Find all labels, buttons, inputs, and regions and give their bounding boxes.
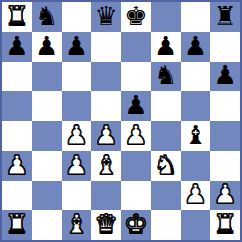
square-g2[interactable]: ♟ (181, 181, 211, 211)
square-a2[interactable] (2, 181, 32, 211)
piece-black-queen[interactable]: ♛ (94, 3, 117, 29)
piece-white-pawn[interactable]: ♟ (184, 181, 207, 207)
square-b5[interactable] (32, 91, 62, 121)
square-g8[interactable] (181, 2, 211, 32)
square-g5[interactable] (181, 91, 211, 121)
piece-black-pawn[interactable]: ♟ (65, 33, 88, 59)
piece-black-king[interactable]: ♚ (124, 3, 147, 29)
square-a7[interactable]: ♟ (2, 32, 32, 62)
square-c1[interactable]: ♝ (62, 210, 92, 240)
piece-white-pawn[interactable]: ♟ (65, 122, 88, 148)
square-g3[interactable] (181, 151, 211, 181)
square-a3[interactable]: ♟ (2, 151, 32, 181)
square-h6[interactable]: ♟ (210, 62, 240, 92)
square-c8[interactable] (62, 2, 92, 32)
square-b8[interactable]: ♞ (32, 2, 62, 32)
square-b7[interactable]: ♟ (32, 32, 62, 62)
square-c3[interactable]: ♟ (62, 151, 92, 181)
piece-white-bishop[interactable]: ♝ (94, 152, 117, 178)
square-g6[interactable] (181, 62, 211, 92)
piece-white-queen[interactable]: ♛ (94, 211, 117, 237)
square-f8[interactable] (151, 2, 181, 32)
square-c4[interactable]: ♟ (62, 121, 92, 151)
piece-black-pawn[interactable]: ♟ (5, 33, 28, 59)
square-e6[interactable] (121, 62, 151, 92)
square-f3[interactable]: ♞ (151, 151, 181, 181)
square-d1[interactable]: ♛ (91, 210, 121, 240)
square-d2[interactable] (91, 181, 121, 211)
square-f4[interactable] (151, 121, 181, 151)
square-f7[interactable]: ♟ (151, 32, 181, 62)
square-g7[interactable]: ♟ (181, 32, 211, 62)
square-d6[interactable] (91, 62, 121, 92)
square-c2[interactable] (62, 181, 92, 211)
piece-black-bishop[interactable]: ♝ (184, 122, 207, 148)
square-b6[interactable] (32, 62, 62, 92)
square-c5[interactable] (62, 91, 92, 121)
square-h5[interactable] (210, 91, 240, 121)
square-d5[interactable] (91, 91, 121, 121)
square-a6[interactable] (2, 62, 32, 92)
piece-black-pawn[interactable]: ♟ (35, 33, 58, 59)
square-f2[interactable] (151, 181, 181, 211)
square-h7[interactable] (210, 32, 240, 62)
piece-white-pawn[interactable]: ♟ (5, 152, 28, 178)
square-d7[interactable] (91, 32, 121, 62)
piece-white-rook[interactable]: ♜ (5, 3, 28, 29)
piece-black-knight[interactable]: ♞ (154, 62, 177, 88)
piece-white-pawn[interactable]: ♟ (94, 122, 117, 148)
square-e3[interactable] (121, 151, 151, 181)
piece-white-pawn[interactable]: ♟ (213, 181, 236, 207)
square-h3[interactable] (210, 151, 240, 181)
piece-black-pawn[interactable]: ♟ (184, 33, 207, 59)
square-e7[interactable] (121, 32, 151, 62)
square-e2[interactable] (121, 181, 151, 211)
square-b1[interactable] (32, 210, 62, 240)
square-h2[interactable]: ♟ (210, 181, 240, 211)
square-d3[interactable]: ♝ (91, 151, 121, 181)
square-e1[interactable]: ♚ (121, 210, 151, 240)
piece-black-rook[interactable]: ♜ (213, 3, 236, 29)
piece-white-knight[interactable]: ♞ (154, 152, 177, 178)
piece-black-pawn[interactable]: ♟ (154, 33, 177, 59)
square-e8[interactable]: ♚ (121, 2, 151, 32)
square-b4[interactable] (32, 121, 62, 151)
piece-black-pawn[interactable]: ♟ (124, 92, 147, 118)
square-f6[interactable]: ♞ (151, 62, 181, 92)
square-a4[interactable] (2, 121, 32, 151)
piece-white-rook[interactable]: ♜ (213, 211, 236, 237)
chess-board: ♜♞♛♚♜♟♟♟♟♟♞♟♟♟♟♟♝♟♟♝♞♟♟♜♝♛♚♜ (0, 0, 242, 242)
square-h1[interactable]: ♜ (210, 210, 240, 240)
square-e5[interactable]: ♟ (121, 91, 151, 121)
square-h8[interactable]: ♜ (210, 2, 240, 32)
piece-black-knight[interactable]: ♞ (35, 3, 58, 29)
piece-white-king[interactable]: ♚ (124, 211, 147, 237)
square-h4[interactable] (210, 121, 240, 151)
square-a1[interactable]: ♜ (2, 210, 32, 240)
piece-white-bishop[interactable]: ♝ (65, 211, 88, 237)
square-e4[interactable]: ♟ (121, 121, 151, 151)
square-d4[interactable]: ♟ (91, 121, 121, 151)
square-a8[interactable]: ♜ (2, 2, 32, 32)
piece-black-pawn[interactable]: ♟ (213, 62, 236, 88)
square-b3[interactable] (32, 151, 62, 181)
piece-white-pawn[interactable]: ♟ (65, 152, 88, 178)
square-f1[interactable] (151, 210, 181, 240)
square-c6[interactable] (62, 62, 92, 92)
square-b2[interactable] (32, 181, 62, 211)
square-f5[interactable] (151, 91, 181, 121)
square-c7[interactable]: ♟ (62, 32, 92, 62)
piece-white-rook[interactable]: ♜ (5, 211, 28, 237)
square-g4[interactable]: ♝ (181, 121, 211, 151)
square-a5[interactable] (2, 91, 32, 121)
piece-white-pawn[interactable]: ♟ (124, 122, 147, 148)
square-g1[interactable] (181, 210, 211, 240)
square-d8[interactable]: ♛ (91, 2, 121, 32)
